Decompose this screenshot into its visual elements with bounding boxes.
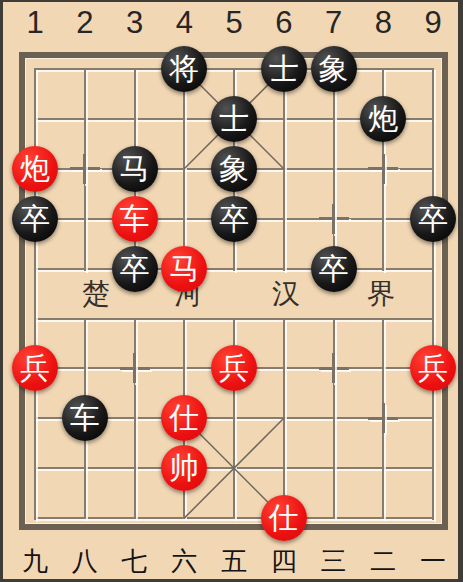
river-label-3: 汉 <box>266 274 306 314</box>
point-marker-8-2 <box>368 154 398 184</box>
file-label-bottom-9: 一 <box>415 545 451 577</box>
grid-vline-7-bottom <box>333 318 335 520</box>
file-label-top-2: 2 <box>67 5 103 41</box>
grid-vline-3-bottom <box>134 318 136 520</box>
marker-vbar <box>332 204 335 234</box>
grid-vline-9 <box>432 68 434 520</box>
piece-black-soldier[interactable]: 卒 <box>112 246 158 292</box>
grid-vline-6-top <box>283 68 285 271</box>
file-label-top-5: 5 <box>216 5 252 41</box>
xiangqi-app: 123456789 楚河汉界 将士象士炮炮马象卒车卒卒卒马卒兵兵兵车仕帅仕 九八… <box>0 0 463 582</box>
piece-black-elephant[interactable]: 象 <box>211 146 257 192</box>
piece-red-advisor[interactable]: 仕 <box>261 495 307 541</box>
marker-vbar <box>332 353 335 383</box>
piece-black-cannon[interactable]: 炮 <box>360 96 406 142</box>
marker-vbar <box>382 403 385 433</box>
file-label-bottom-4: 六 <box>166 545 202 577</box>
file-label-bottom-1: 九 <box>17 545 53 577</box>
piece-red-cannon[interactable]: 炮 <box>12 146 58 192</box>
file-label-top-8: 8 <box>365 5 401 41</box>
marker-vbar <box>133 353 136 383</box>
piece-black-soldier[interactable]: 卒 <box>12 196 58 242</box>
file-label-bottom-3: 七 <box>117 545 153 577</box>
file-label-top-3: 3 <box>117 5 153 41</box>
file-label-bottom-7: 三 <box>316 545 352 577</box>
file-label-top-1: 1 <box>17 5 53 41</box>
grid-vline-1 <box>34 68 36 520</box>
file-label-bottom-5: 五 <box>216 545 252 577</box>
piece-black-soldier[interactable]: 卒 <box>311 246 357 292</box>
file-label-bottom-6: 四 <box>266 545 302 577</box>
piece-black-advisor[interactable]: 士 <box>261 46 307 92</box>
marker-vbar <box>382 154 385 184</box>
marker-vbar <box>83 154 86 184</box>
file-label-top-9: 9 <box>415 5 451 41</box>
point-marker-7-3 <box>319 204 349 234</box>
file-label-bottom-2: 八 <box>67 545 103 577</box>
point-marker-7-6 <box>319 353 349 383</box>
grid-vline-4-top <box>183 68 185 271</box>
piece-black-horse[interactable]: 马 <box>112 146 158 192</box>
grid-vline-6-bottom <box>283 318 285 520</box>
point-marker-3-6 <box>120 353 150 383</box>
piece-black-elephant[interactable]: 象 <box>311 46 357 92</box>
piece-black-general[interactable]: 将 <box>161 46 207 92</box>
file-label-top-6: 6 <box>266 5 302 41</box>
piece-black-soldier[interactable]: 卒 <box>410 196 456 242</box>
piece-black-advisor[interactable]: 士 <box>211 96 257 142</box>
point-marker-2-2 <box>70 154 100 184</box>
piece-red-chariot[interactable]: 车 <box>112 196 158 242</box>
point-marker-8-7 <box>368 403 398 433</box>
piece-black-soldier[interactable]: 卒 <box>211 196 257 242</box>
file-label-bottom-8: 二 <box>365 545 401 577</box>
file-label-top-4: 4 <box>166 5 202 41</box>
river-label-1: 楚 <box>76 274 116 314</box>
piece-red-horse[interactable]: 马 <box>161 246 207 292</box>
file-label-top-7: 7 <box>316 5 352 41</box>
piece-black-chariot[interactable]: 车 <box>62 395 108 441</box>
piece-red-soldier[interactable]: 兵 <box>410 345 456 391</box>
grid-vline-7-top <box>333 68 335 271</box>
river-label-4: 界 <box>361 274 401 314</box>
